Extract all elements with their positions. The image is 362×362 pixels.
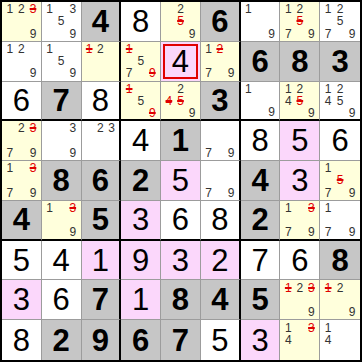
candidate: 2	[95, 43, 106, 55]
cell-r9c6[interactable]: 5	[201, 320, 241, 360]
cell-r6c9[interactable]: 179	[320, 201, 360, 241]
cell-r6c8[interactable]: 1379	[280, 201, 320, 241]
eliminated-candidate: 3	[67, 202, 79, 214]
candidate: 2	[16, 122, 28, 134]
cell-r6c1[interactable]: 4	[2, 201, 42, 241]
candidate: 9	[225, 187, 236, 199]
sudoku-board: 1239135948259619125791257912915912157941…	[0, 0, 362, 362]
candidate: 9	[186, 28, 198, 40]
cell-r4c7[interactable]: 8	[241, 121, 281, 161]
given-digit: 2	[251, 204, 268, 235]
pencil-marks: 1239	[2, 2, 41, 41]
candidate: 9	[266, 28, 278, 40]
solved-digit: 4	[132, 125, 149, 156]
candidate: 1	[282, 202, 294, 214]
eliminated-candidate: 3	[27, 162, 39, 174]
given-digit: 6	[251, 46, 268, 77]
cell-r2c6[interactable]: 1279	[201, 42, 241, 82]
eliminated-candidate: 1	[322, 281, 334, 293]
solved-digit: 4	[53, 245, 70, 276]
cell-r5c5[interactable]: 5	[161, 161, 201, 201]
cell-r7c1[interactable]: 5	[2, 241, 42, 281]
cell-r4c1[interactable]: 2379	[2, 121, 42, 161]
eliminated-candidate: 1	[123, 43, 135, 55]
cell-r4c4[interactable]: 4	[121, 121, 161, 161]
solved-digit: 3	[291, 165, 308, 196]
cell-r7c9[interactable]: 8	[320, 241, 360, 281]
candidate: 2	[294, 281, 306, 293]
candidate: 1	[282, 3, 294, 15]
candidate: 1	[4, 43, 16, 55]
given-digit: 6	[92, 165, 109, 196]
cell-r3c3[interactable]: 8	[82, 82, 122, 122]
cell-r1c1[interactable]: 1239	[2, 2, 42, 42]
pencil-marks: 1379	[2, 161, 41, 200]
given-digit: 4	[92, 6, 109, 37]
cell-r2c5[interactable]: 4	[161, 42, 201, 82]
given-digit: 4	[251, 165, 268, 196]
candidate: 3	[106, 122, 117, 134]
solved-digit: 4	[172, 46, 189, 77]
solved-digit: 5	[13, 245, 30, 276]
eliminated-candidate: 5	[294, 95, 306, 107]
pencil-marks: 12579	[320, 2, 360, 41]
candidate: 1	[322, 3, 334, 15]
cell-r8c1[interactable]: 3	[2, 280, 42, 320]
given-digit: 5	[251, 284, 268, 315]
cell-r6c2[interactable]: 139	[42, 201, 82, 241]
cell-r6c5[interactable]: 6	[161, 201, 201, 241]
candidate: 1	[243, 3, 255, 15]
candidate: 9	[346, 226, 358, 238]
candidate: 7	[282, 226, 294, 238]
cell-r5c4[interactable]: 2	[121, 161, 161, 201]
cell-r4c8[interactable]: 5	[280, 121, 320, 161]
given-digit: 4	[13, 204, 30, 235]
given-digit: 3	[331, 46, 348, 77]
candidate: 9	[186, 107, 198, 119]
cell-r9c1[interactable]: 8	[2, 320, 42, 360]
candidate: 4	[322, 95, 334, 107]
candidate: 9	[67, 67, 79, 79]
candidate: 5	[55, 15, 67, 27]
pencil-marks: 19	[241, 2, 280, 41]
cell-r7c7[interactable]: 7	[241, 241, 281, 281]
pencil-marks: 79	[201, 161, 239, 200]
solved-digit: 8	[251, 125, 268, 156]
candidate: 2	[294, 83, 306, 95]
solved-digit: 9	[132, 245, 149, 276]
eliminated-candidate: 1	[84, 43, 95, 55]
cell-r7c2[interactable]: 4	[42, 241, 82, 281]
cell-r5c8[interactable]: 3	[280, 161, 320, 201]
cell-r2c1[interactable]: 129	[2, 42, 42, 82]
candidate: 9	[306, 306, 318, 318]
given-digit: 7	[53, 85, 70, 116]
solved-digit: 6	[331, 125, 348, 156]
candidate: 1	[44, 202, 56, 214]
eliminated-candidate: 2	[214, 43, 225, 55]
cell-r7c6[interactable]: 2	[201, 241, 241, 281]
candidate: 4	[322, 334, 334, 347]
solved-digit: 6	[53, 284, 70, 315]
given-digit: 2	[132, 165, 149, 196]
cell-r8c9[interactable]: 129	[320, 280, 360, 320]
cell-r3c5[interactable]: 2459	[161, 82, 201, 122]
candidate: 9	[67, 28, 79, 40]
given-digit: 8	[172, 284, 189, 315]
given-digit: 7	[92, 284, 109, 315]
candidate: 1	[44, 43, 56, 55]
cell-r1c3[interactable]: 4	[82, 2, 122, 42]
candidate: 9	[27, 147, 39, 159]
candidate: 3	[67, 3, 79, 15]
eliminated-candidate: 3	[27, 122, 39, 134]
cell-r8c5[interactable]: 8	[161, 280, 201, 320]
eliminated-candidate: 3	[306, 281, 318, 293]
cell-r7c5[interactable]: 3	[161, 241, 201, 281]
solved-digit: 2	[211, 245, 228, 276]
candidate: 9	[346, 306, 358, 318]
solved-digit: 3	[251, 325, 268, 356]
cell-r1c4[interactable]: 8	[121, 2, 161, 42]
cell-r9c9[interactable]: 14	[320, 320, 360, 360]
pencil-marks: 14	[320, 320, 360, 360]
solved-digit: 8	[92, 85, 109, 116]
pencil-marks: 129	[320, 280, 360, 319]
candidate: 7	[282, 28, 294, 40]
cell-r8c6[interactable]: 4	[201, 280, 241, 320]
cell-r2c2[interactable]: 159	[42, 42, 82, 82]
candidate: 2	[175, 83, 187, 95]
cell-r2c4[interactable]: 1579	[121, 42, 161, 82]
pencil-marks: 19	[241, 82, 280, 120]
given-digit: 7	[172, 325, 189, 356]
candidate: 1	[322, 162, 334, 174]
given-digit: 4	[211, 284, 228, 315]
cell-r3c1[interactable]: 6	[2, 82, 42, 122]
cell-r8c8[interactable]: 1239	[280, 280, 320, 320]
pencil-marks: 39	[42, 121, 81, 160]
solved-digit: 8	[132, 6, 149, 37]
cell-r4c5[interactable]: 1	[161, 121, 201, 161]
cell-r1c8[interactable]: 12579	[280, 2, 320, 42]
candidate: 9	[67, 226, 79, 238]
candidate: 9	[346, 107, 358, 119]
candidate: 1	[322, 202, 334, 214]
candidate: 9	[306, 107, 318, 119]
pencil-marks: 259	[161, 2, 200, 41]
candidate: 2	[16, 43, 28, 55]
pencil-marks: 139	[42, 201, 81, 239]
cell-r1c5[interactable]: 259	[161, 2, 201, 42]
candidate: 7	[203, 147, 214, 159]
eliminated-candidate: 5	[175, 95, 187, 107]
solved-digit: 5	[172, 165, 189, 196]
candidate: 1	[203, 43, 214, 55]
cell-r8c2[interactable]: 6	[42, 280, 82, 320]
candidate: 9	[27, 187, 39, 199]
solved-digit: 6	[291, 245, 308, 276]
cell-r8c3[interactable]: 7	[82, 280, 122, 320]
given-digit: 6	[211, 6, 228, 37]
eliminated-candidate: 3	[306, 321, 318, 334]
candidate: 2	[16, 3, 28, 15]
pencil-marks: 12	[82, 42, 120, 81]
candidate: 5	[135, 55, 147, 67]
candidate: 1	[322, 83, 334, 95]
given-digit: 1	[172, 125, 189, 156]
pencil-marks: 12459	[320, 82, 360, 120]
solved-digit: 3	[13, 284, 30, 315]
cell-r8c4[interactable]: 1	[121, 280, 161, 320]
cell-r7c8[interactable]: 6	[280, 241, 320, 281]
eliminated-candidate: 1	[282, 281, 294, 293]
pencil-marks: 1279	[201, 42, 239, 81]
candidate: 2	[334, 83, 346, 95]
cell-r4c9[interactable]: 6	[320, 121, 360, 161]
cell-r5c3[interactable]: 6	[82, 161, 122, 201]
cell-r2c3[interactable]: 12	[82, 42, 122, 82]
candidate: 7	[4, 187, 16, 199]
candidate: 7	[322, 187, 334, 199]
candidate: 2	[334, 281, 346, 293]
cell-r1c2[interactable]: 1359	[42, 2, 82, 42]
candidate: 9	[225, 147, 236, 159]
candidate: 2	[95, 122, 106, 134]
candidate: 1	[4, 162, 16, 174]
candidate: 9	[266, 106, 278, 118]
eliminated-candidate: 9	[147, 107, 159, 119]
candidate: 1	[282, 321, 294, 334]
candidate: 9	[306, 226, 318, 238]
candidate: 9	[67, 147, 79, 159]
cell-r3c6[interactable]: 3	[201, 82, 241, 122]
cell-r2c7[interactable]: 6	[241, 42, 281, 82]
solved-digit: 3	[132, 204, 149, 235]
candidate: 9	[27, 28, 39, 40]
candidate: 9	[346, 187, 358, 199]
cell-r1c7[interactable]: 19	[241, 2, 281, 42]
given-digit: 3	[211, 85, 228, 116]
candidate: 7	[4, 147, 16, 159]
cell-r5c6[interactable]: 79	[201, 161, 241, 201]
cell-r7c4[interactable]: 9	[121, 241, 161, 281]
pencil-marks: 1379	[280, 201, 319, 239]
cell-r3c7[interactable]: 19	[241, 82, 281, 122]
pencil-marks: 129	[2, 42, 41, 81]
candidate: 9	[306, 28, 318, 40]
pencil-marks: 1579	[121, 42, 160, 81]
candidate: 5	[55, 55, 67, 67]
pencil-marks: 12579	[280, 2, 319, 41]
cell-r1c9[interactable]: 12579	[320, 2, 360, 42]
cell-r5c7[interactable]: 4	[241, 161, 281, 201]
given-digit: 8	[331, 245, 348, 276]
cell-r3c8[interactable]: 12459	[280, 82, 320, 122]
eliminated-candidate: 9	[147, 67, 159, 79]
eliminated-candidate: 5	[175, 15, 187, 27]
candidate: 7	[123, 67, 135, 79]
candidate: 7	[203, 187, 214, 199]
cell-r5c1[interactable]: 1379	[2, 161, 42, 201]
pencil-marks: 2379	[2, 121, 41, 160]
eliminated-candidate: 3	[27, 3, 39, 15]
candidate: 1	[4, 3, 16, 15]
eliminated-candidate: 4	[163, 95, 175, 107]
given-digit: 9	[92, 325, 109, 356]
eliminated-candidate: 1	[123, 83, 135, 95]
eliminated-candidate: 5	[294, 15, 306, 27]
given-digit: 5	[92, 204, 109, 235]
candidate: 7	[322, 226, 334, 238]
candidate: 1	[44, 3, 56, 15]
pencil-marks: 159	[42, 42, 81, 81]
cell-r9c3[interactable]: 9	[82, 320, 122, 360]
pencil-marks: 1239	[280, 280, 319, 319]
candidate: 1	[322, 321, 334, 334]
given-digit: 8	[291, 46, 308, 77]
cell-r4c2[interactable]: 39	[42, 121, 82, 161]
candidate: 5	[135, 95, 147, 107]
solved-digit: 5	[291, 125, 308, 156]
solved-digit: 7	[251, 245, 268, 276]
cell-r4c3[interactable]: 23	[82, 121, 122, 161]
cell-r1c6[interactable]: 6	[201, 2, 241, 42]
solved-digit: 1	[132, 284, 149, 315]
cell-r4c6[interactable]: 79	[201, 121, 241, 161]
cell-r9c5[interactable]: 7	[161, 320, 201, 360]
given-digit: 2	[53, 325, 70, 356]
eliminated-candidate: 3	[306, 202, 318, 214]
candidate: 5	[334, 95, 346, 107]
candidate: 9	[27, 67, 39, 79]
solved-digit: 5	[211, 325, 228, 356]
cell-r6c7[interactable]: 2	[241, 201, 281, 241]
pencil-marks: 23	[82, 121, 120, 160]
solved-digit: 6	[172, 204, 189, 235]
pencil-marks: 12459	[280, 82, 319, 120]
candidate: 7	[322, 28, 334, 40]
solved-digit: 3	[172, 245, 189, 276]
cell-r6c3[interactable]: 5	[82, 201, 122, 241]
given-digit: 8	[53, 165, 70, 196]
cell-r3c9[interactable]: 12459	[320, 82, 360, 122]
cell-r6c4[interactable]: 3	[121, 201, 161, 241]
cell-r8c7[interactable]: 5	[241, 280, 281, 320]
given-digit: 6	[132, 325, 149, 356]
cell-r3c2[interactable]: 7	[42, 82, 82, 122]
cell-r5c2[interactable]: 8	[42, 161, 82, 201]
pencil-marks: 1359	[42, 2, 81, 41]
candidate: 1	[282, 83, 294, 95]
eliminated-candidate: 5	[334, 174, 346, 186]
cell-r9c4[interactable]: 6	[121, 320, 161, 360]
pencil-marks: 1579	[320, 161, 360, 200]
pencil-marks: 134	[280, 320, 319, 360]
pencil-marks: 179	[320, 201, 360, 239]
cell-r9c7[interactable]: 3	[241, 320, 281, 360]
cell-r2c9[interactable]: 3	[320, 42, 360, 82]
candidate: 9	[346, 28, 358, 40]
cell-r3c4[interactable]: 159	[121, 82, 161, 122]
candidate: 4	[282, 95, 294, 107]
cell-r7c3[interactable]: 1	[82, 241, 122, 281]
cell-r9c8[interactable]: 134	[280, 320, 320, 360]
solved-digit: 1	[92, 245, 109, 276]
candidate: 1	[243, 83, 255, 95]
solved-digit: 8	[13, 325, 30, 356]
candidate: 5	[334, 15, 346, 27]
candidate: 7	[203, 67, 214, 79]
cell-r2c8[interactable]: 8	[280, 42, 320, 82]
pencil-marks: 79	[201, 121, 239, 160]
cell-r9c2[interactable]: 2	[42, 320, 82, 360]
cell-r5c9[interactable]: 1579	[320, 161, 360, 201]
candidate: 3	[67, 122, 79, 134]
pencil-marks: 2459	[161, 82, 200, 120]
candidate: 9	[225, 67, 236, 79]
solved-digit: 6	[13, 85, 30, 116]
candidate: 4	[282, 334, 294, 347]
cell-r6c6[interactable]: 8	[201, 201, 241, 241]
solved-digit: 8	[211, 204, 228, 235]
pencil-marks: 159	[121, 82, 160, 120]
